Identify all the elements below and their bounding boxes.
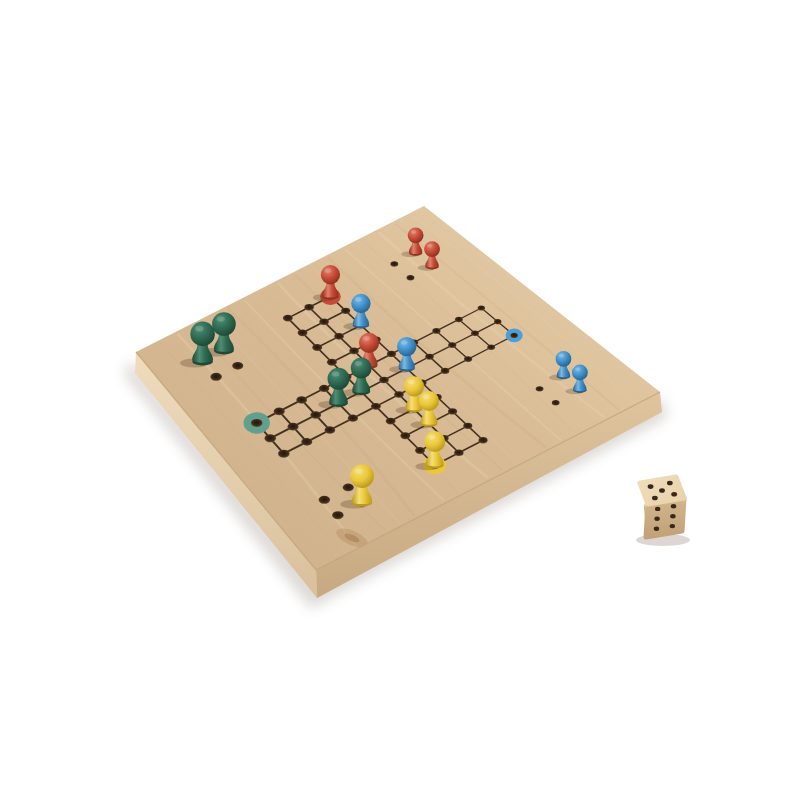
peg-head (359, 333, 379, 353)
peg-head (190, 322, 215, 347)
home-hole-red (407, 275, 415, 280)
track-hole (478, 305, 485, 310)
peg-highlight (575, 367, 580, 371)
home-hole-blue (536, 386, 544, 391)
track-hole (349, 348, 358, 355)
track-hole (479, 437, 488, 443)
track-hole (327, 359, 337, 366)
track-hole (310, 411, 321, 418)
track-hole (319, 319, 328, 326)
peg-head (350, 464, 374, 488)
ludo-board-scene (0, 0, 800, 800)
track-hole (425, 354, 434, 360)
die-pip (655, 507, 660, 511)
track-hole (387, 351, 396, 357)
home-hole-blue (552, 400, 560, 405)
track-hole (278, 450, 290, 458)
peg-highlight (411, 230, 416, 234)
home-hole-red (390, 261, 398, 266)
die-pip (670, 514, 675, 518)
peg-highlight (363, 336, 370, 341)
track-hole (304, 304, 313, 311)
track-hole (334, 333, 343, 340)
die-pip (648, 484, 654, 489)
peg-highlight (427, 244, 432, 248)
die-pip (652, 496, 658, 501)
ludo-product-photo (0, 0, 800, 800)
track-hole (494, 319, 501, 324)
peg-highlight (559, 354, 564, 358)
wooden-die[interactable] (636, 477, 690, 546)
home-hole-green (232, 362, 243, 370)
peg-highlight (217, 316, 225, 322)
peg-head (572, 365, 588, 381)
die-pip (654, 517, 659, 521)
track-hole (463, 423, 472, 429)
track-hole (471, 331, 479, 336)
track-hole (432, 328, 440, 334)
track-hole (400, 432, 410, 439)
home-hole-yellow (319, 496, 331, 504)
peg-head (351, 357, 372, 378)
peg-head (212, 312, 236, 336)
peg-highlight (355, 297, 362, 302)
peg-highlight (332, 371, 340, 376)
peg-head (404, 376, 424, 396)
peg-highlight (408, 380, 415, 385)
track-hole (251, 419, 263, 427)
peg-highlight (428, 435, 435, 440)
peg-head (408, 227, 424, 243)
track-hole (301, 438, 312, 446)
track-hole (324, 426, 335, 433)
peg-head (424, 431, 445, 452)
die-pip (659, 488, 665, 493)
track-hole (415, 447, 425, 454)
peg-highlight (325, 268, 332, 273)
peg-highlight (355, 361, 362, 366)
track-hole (319, 385, 329, 392)
track-hole (379, 377, 388, 384)
peg-highlight (355, 468, 363, 474)
track-hole (264, 434, 276, 442)
peg-head (321, 265, 340, 284)
peg-highlight (423, 394, 430, 399)
track-hole (287, 423, 298, 431)
track-hole (274, 408, 285, 416)
peg-head (351, 294, 370, 313)
die-pip (671, 492, 677, 497)
track-hole (296, 396, 307, 403)
track-hole (298, 329, 308, 336)
home-hole-green (210, 373, 222, 381)
peg-highlight (401, 340, 408, 345)
peg-highlight (195, 326, 204, 332)
track-hole (448, 408, 457, 414)
track-hole (371, 403, 381, 410)
die-pip (667, 481, 673, 486)
track-hole (454, 449, 463, 456)
die-pip (654, 527, 659, 531)
peg-head (397, 337, 416, 356)
track-hole (312, 344, 322, 351)
track-hole (283, 315, 293, 322)
track-hole (394, 391, 403, 398)
peg-head (419, 391, 439, 411)
track-hole (487, 344, 495, 349)
track-hole (341, 308, 350, 314)
home-hole-yellow (332, 511, 344, 519)
peg-head (556, 351, 572, 367)
die-pip (670, 524, 675, 528)
track-hole (348, 415, 358, 422)
track-hole (464, 356, 472, 362)
track-hole (455, 317, 463, 322)
track-hole (386, 418, 396, 425)
track-hole (448, 342, 456, 348)
peg-head (424, 241, 440, 257)
die-pip (671, 504, 676, 508)
track-hole (510, 333, 517, 338)
home-hole-yellow (343, 484, 354, 492)
track-hole (441, 368, 450, 374)
peg-head (328, 368, 350, 390)
